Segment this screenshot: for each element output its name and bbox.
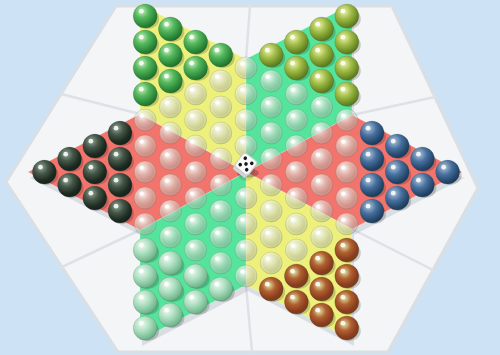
- marble-olive-green[interactable]: [335, 82, 359, 106]
- marble-highlight: [139, 191, 143, 195]
- marble-blue[interactable]: [360, 121, 384, 145]
- marble-highlight: [114, 204, 119, 209]
- marble-highlight: [189, 61, 194, 66]
- marble-highlight: [366, 152, 371, 157]
- marble-highlight: [290, 269, 295, 274]
- marble-highlight: [139, 217, 143, 221]
- marble-clear[interactable]: [185, 135, 207, 157]
- marble-clear[interactable]: [285, 161, 307, 183]
- marble-highlight: [341, 217, 345, 221]
- marble-highlight: [265, 74, 269, 78]
- marble-clear[interactable]: [185, 213, 207, 235]
- marble-clear[interactable]: [210, 122, 232, 144]
- marble-olive-green[interactable]: [284, 56, 308, 80]
- marble-highlight: [240, 217, 244, 221]
- marble-clear[interactable]: [159, 174, 181, 196]
- marble-highlight: [88, 139, 93, 144]
- marble-highlight: [366, 178, 371, 183]
- marble-brown[interactable]: [310, 251, 334, 275]
- marble-highlight: [240, 139, 244, 143]
- marble-light-green[interactable]: [209, 277, 233, 301]
- marble-highlight: [291, 165, 295, 169]
- marble-highlight: [290, 35, 295, 40]
- marble-clear[interactable]: [285, 135, 307, 157]
- marble-clear[interactable]: [235, 265, 257, 287]
- marble-black[interactable]: [108, 173, 132, 197]
- marble-highlight: [391, 165, 396, 170]
- marble-olive-green[interactable]: [310, 17, 334, 41]
- marble-highlight: [316, 126, 320, 130]
- marble-highlight: [114, 178, 119, 183]
- marble-green[interactable]: [158, 69, 182, 93]
- marble-green[interactable]: [133, 56, 157, 80]
- marble-clear[interactable]: [260, 122, 282, 144]
- marble-clear[interactable]: [336, 213, 358, 235]
- marble-highlight: [441, 165, 446, 170]
- marble-clear[interactable]: [311, 122, 333, 144]
- marble-clear[interactable]: [159, 226, 181, 248]
- marble-blue[interactable]: [385, 134, 409, 158]
- marble-clear[interactable]: [311, 148, 333, 170]
- marble-clear[interactable]: [210, 174, 232, 196]
- marble-clear[interactable]: [260, 174, 282, 196]
- marble-highlight: [88, 165, 93, 170]
- marble-highlight: [88, 191, 93, 196]
- marble-blue[interactable]: [436, 160, 460, 184]
- marble-clear[interactable]: [336, 109, 358, 131]
- marble-highlight: [190, 139, 194, 143]
- marble-olive-green[interactable]: [284, 30, 308, 54]
- marble-highlight: [416, 178, 421, 183]
- marble-green[interactable]: [158, 17, 182, 41]
- marble-highlight: [215, 74, 219, 78]
- marble-highlight: [215, 256, 219, 260]
- marble-green[interactable]: [133, 4, 157, 28]
- marble-light-green[interactable]: [158, 303, 182, 327]
- marble-highlight: [340, 61, 345, 66]
- marble-highlight: [190, 217, 194, 221]
- marble-highlight: [63, 152, 68, 157]
- marble-light-green[interactable]: [133, 316, 157, 340]
- marble-green[interactable]: [184, 56, 208, 80]
- marble-olive-green[interactable]: [335, 56, 359, 80]
- marble-brown[interactable]: [284, 290, 308, 314]
- marble-blue[interactable]: [360, 199, 384, 223]
- marble-highlight: [316, 152, 320, 156]
- marble-highlight: [165, 126, 169, 130]
- marble-highlight: [190, 165, 194, 169]
- marble-highlight: [164, 308, 169, 313]
- marble-highlight: [114, 152, 119, 157]
- marble-highlight: [316, 204, 320, 208]
- marble-highlight: [164, 22, 169, 27]
- marble-highlight: [139, 269, 144, 274]
- marble-clear[interactable]: [185, 109, 207, 131]
- marble-highlight: [214, 48, 219, 53]
- marble-highlight: [416, 152, 421, 157]
- marble-highlight: [139, 139, 143, 143]
- marble-clear[interactable]: [336, 135, 358, 157]
- marble-highlight: [63, 178, 68, 183]
- marble-highlight: [341, 113, 345, 117]
- marble-brown[interactable]: [259, 277, 283, 301]
- marble-highlight: [165, 152, 169, 156]
- marble-black[interactable]: [58, 173, 82, 197]
- marble-brown[interactable]: [335, 316, 359, 340]
- marble-highlight: [215, 178, 219, 182]
- marble-olive-green[interactable]: [310, 43, 334, 67]
- marble-highlight: [315, 256, 320, 261]
- marble-highlight: [215, 126, 219, 130]
- marble-highlight: [265, 282, 270, 287]
- marble-clear[interactable]: [260, 96, 282, 118]
- marble-highlight: [391, 139, 396, 144]
- marble-highlight: [315, 282, 320, 287]
- marble-highlight: [265, 178, 269, 182]
- marble-highlight: [265, 256, 269, 260]
- marble-clear[interactable]: [185, 161, 207, 183]
- marble-clear[interactable]: [311, 200, 333, 222]
- marble-blue[interactable]: [385, 160, 409, 184]
- marble-blue[interactable]: [360, 173, 384, 197]
- marble-highlight: [340, 269, 345, 274]
- marble-highlight: [190, 243, 194, 247]
- marble-highlight: [265, 204, 269, 208]
- photo-scene: [0, 0, 500, 355]
- marble-clear[interactable]: [159, 148, 181, 170]
- marble-light-green[interactable]: [133, 238, 157, 262]
- marble-olive-green[interactable]: [259, 43, 283, 67]
- marble-highlight: [265, 230, 269, 234]
- marble-highlight: [165, 178, 169, 182]
- marble-brown[interactable]: [335, 238, 359, 262]
- marble-clear[interactable]: [134, 135, 156, 157]
- marble-brown[interactable]: [284, 264, 308, 288]
- marble-highlight: [240, 87, 244, 91]
- marble-highlight: [190, 191, 194, 195]
- marble-highlight: [265, 126, 269, 130]
- marble-clear[interactable]: [210, 200, 232, 222]
- marble-clear[interactable]: [260, 148, 282, 170]
- marble-clear[interactable]: [185, 239, 207, 261]
- marble-highlight: [315, 74, 320, 79]
- marble-clear[interactable]: [159, 96, 181, 118]
- marble-highlight: [139, 295, 144, 300]
- marble-clear[interactable]: [285, 213, 307, 235]
- marble-clear[interactable]: [336, 187, 358, 209]
- marble-highlight: [290, 61, 295, 66]
- marble-brown[interactable]: [310, 277, 334, 301]
- marble-clear[interactable]: [210, 226, 232, 248]
- marble-clear[interactable]: [185, 83, 207, 105]
- marble-highlight: [291, 87, 295, 91]
- marble-highlight: [164, 74, 169, 79]
- marble-light-green[interactable]: [133, 290, 157, 314]
- marble-olive-green[interactable]: [310, 69, 334, 93]
- marble-highlight: [190, 87, 194, 91]
- marble-highlight: [215, 152, 219, 156]
- marble-highlight: [341, 165, 345, 169]
- marble-highlight: [265, 48, 270, 53]
- marble-light-green[interactable]: [133, 264, 157, 288]
- marble-highlight: [316, 230, 320, 234]
- marble-clear[interactable]: [210, 96, 232, 118]
- marble-highlight: [190, 113, 194, 117]
- marble-light-green[interactable]: [158, 277, 182, 301]
- marble-highlight: [165, 230, 169, 234]
- marble-highlight: [164, 48, 169, 53]
- marble-black[interactable]: [108, 199, 132, 223]
- marble-highlight: [38, 165, 43, 170]
- marble-clear[interactable]: [235, 109, 257, 131]
- marble-clear[interactable]: [210, 70, 232, 92]
- marble-highlight: [291, 191, 295, 195]
- marble-highlight: [391, 191, 396, 196]
- marble-highlight: [340, 35, 345, 40]
- marble-black[interactable]: [83, 160, 107, 184]
- marble-clear[interactable]: [260, 70, 282, 92]
- marble-black[interactable]: [83, 186, 107, 210]
- marble-highlight: [290, 295, 295, 300]
- marble-highlight: [265, 100, 269, 104]
- marble-highlight: [189, 295, 194, 300]
- marble-highlight: [341, 191, 345, 195]
- marble-highlight: [139, 113, 143, 117]
- chinese-checkers-board: [0, 0, 500, 355]
- marble-highlight: [291, 217, 295, 221]
- marble-highlight: [164, 282, 169, 287]
- marble-olive-green[interactable]: [335, 30, 359, 54]
- marble-highlight: [340, 87, 345, 92]
- marble-highlight: [139, 9, 144, 14]
- marble-clear[interactable]: [185, 187, 207, 209]
- marble-clear[interactable]: [311, 96, 333, 118]
- marble-clear[interactable]: [134, 161, 156, 183]
- marble-highlight: [139, 321, 144, 326]
- marble-highlight: [164, 256, 169, 261]
- marble-brown[interactable]: [335, 290, 359, 314]
- marble-clear[interactable]: [260, 200, 282, 222]
- marble-highlight: [165, 100, 169, 104]
- marble-highlight: [291, 113, 295, 117]
- marble-blue[interactable]: [360, 147, 384, 171]
- marble-highlight: [366, 204, 371, 209]
- marble-highlight: [291, 139, 295, 143]
- marble-highlight: [265, 152, 269, 156]
- marble-brown[interactable]: [310, 303, 334, 327]
- marble-blue[interactable]: [410, 173, 434, 197]
- marble-highlight: [315, 48, 320, 53]
- marble-green[interactable]: [133, 82, 157, 106]
- marble-highlight: [215, 230, 219, 234]
- marble-clear[interactable]: [235, 83, 257, 105]
- marble-olive-green[interactable]: [335, 4, 359, 28]
- marble-green[interactable]: [184, 30, 208, 54]
- marble-clear[interactable]: [260, 252, 282, 274]
- marble-black[interactable]: [108, 121, 132, 145]
- marble-highlight: [139, 243, 144, 248]
- marble-clear[interactable]: [235, 239, 257, 261]
- marble-green[interactable]: [158, 43, 182, 67]
- marble-black[interactable]: [32, 160, 56, 184]
- marble-clear[interactable]: [235, 213, 257, 235]
- marble-black[interactable]: [108, 147, 132, 171]
- marble-blue[interactable]: [385, 186, 409, 210]
- marble-green[interactable]: [133, 30, 157, 54]
- marble-clear[interactable]: [159, 200, 181, 222]
- marble-clear[interactable]: [311, 226, 333, 248]
- marble-highlight: [341, 139, 345, 143]
- marble-clear[interactable]: [235, 57, 257, 79]
- marble-brown[interactable]: [335, 264, 359, 288]
- marble-black[interactable]: [58, 147, 82, 171]
- marble-highlight: [340, 9, 345, 14]
- marble-highlight: [316, 100, 320, 104]
- marble-highlight: [139, 35, 144, 40]
- marble-blue[interactable]: [410, 147, 434, 171]
- marble-highlight: [240, 61, 244, 65]
- marble-highlight: [340, 295, 345, 300]
- marble-light-green[interactable]: [184, 264, 208, 288]
- marble-clear[interactable]: [285, 83, 307, 105]
- marble-light-green[interactable]: [158, 251, 182, 275]
- marble-highlight: [340, 321, 345, 326]
- marble-clear[interactable]: [285, 109, 307, 131]
- marble-highlight: [139, 61, 144, 66]
- marble-clear[interactable]: [336, 161, 358, 183]
- marble-green[interactable]: [209, 43, 233, 67]
- marble-clear[interactable]: [235, 187, 257, 209]
- marble-highlight: [214, 282, 219, 287]
- marble-highlight: [139, 165, 143, 169]
- marble-clear[interactable]: [285, 187, 307, 209]
- marble-clear[interactable]: [134, 213, 156, 235]
- marble-clear[interactable]: [311, 174, 333, 196]
- marble-clear[interactable]: [285, 239, 307, 261]
- marble-highlight: [340, 243, 345, 248]
- marble-highlight: [215, 100, 219, 104]
- marble-highlight: [240, 269, 244, 273]
- marble-clear[interactable]: [260, 226, 282, 248]
- marble-highlight: [114, 126, 119, 131]
- marble-clear[interactable]: [210, 252, 232, 274]
- marble-clear[interactable]: [134, 109, 156, 131]
- marble-highlight: [165, 204, 169, 208]
- marble-clear[interactable]: [134, 187, 156, 209]
- marble-clear[interactable]: [210, 148, 232, 170]
- marble-highlight: [291, 243, 295, 247]
- marble-light-green[interactable]: [184, 290, 208, 314]
- marble-highlight: [315, 308, 320, 313]
- marble-highlight: [139, 87, 144, 92]
- marble-highlight: [366, 126, 371, 131]
- marble-highlight: [189, 35, 194, 40]
- marble-highlight: [189, 269, 194, 274]
- marble-black[interactable]: [83, 134, 107, 158]
- marble-highlight: [240, 243, 244, 247]
- marble-highlight: [215, 204, 219, 208]
- marble-highlight: [316, 178, 320, 182]
- marble-clear[interactable]: [159, 122, 181, 144]
- marble-highlight: [240, 113, 244, 117]
- marble-highlight: [315, 22, 320, 27]
- marble-highlight: [240, 191, 244, 195]
